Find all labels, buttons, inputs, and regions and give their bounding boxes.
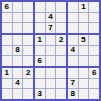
cell-r6c5[interactable]	[46, 56, 56, 66]
sudoku-board: 64718126541243678	[0, 0, 101, 101]
cell-r8c4[interactable]	[35, 79, 45, 89]
cell-r3c8[interactable]	[79, 23, 89, 33]
cell-r6c3[interactable]	[23, 56, 33, 66]
cell-r3c2[interactable]	[13, 23, 23, 33]
cell-r5c1[interactable]	[2, 46, 12, 56]
cell-r9c5[interactable]	[46, 89, 56, 99]
cell-r1c9[interactable]	[89, 2, 99, 12]
box-r1c3: 1	[68, 2, 99, 33]
cell-r2c1[interactable]	[2, 13, 12, 23]
cell-r3c3[interactable]	[23, 23, 33, 33]
box-r1c1: 6	[2, 2, 33, 33]
cell-r1c4[interactable]	[35, 2, 45, 12]
cell-r5c9[interactable]	[89, 46, 99, 56]
cell-r9c4[interactable]: 3	[35, 89, 45, 99]
cell-r7c6[interactable]	[56, 68, 66, 78]
cell-r1c7[interactable]	[68, 2, 78, 12]
cell-r3c6[interactable]	[56, 23, 66, 33]
cell-r3c5[interactable]: 7	[46, 23, 56, 33]
cell-r9c7[interactable]: 8	[68, 89, 78, 99]
cell-r9c6[interactable]	[56, 89, 66, 99]
box-r3c1: 124	[2, 68, 33, 99]
cell-r9c1[interactable]	[2, 89, 12, 99]
cell-r8c9[interactable]	[89, 79, 99, 89]
box-r3c2: 3	[35, 68, 66, 99]
cell-r7c1[interactable]: 1	[2, 68, 12, 78]
cell-r2c8[interactable]	[79, 13, 89, 23]
cell-r6c8[interactable]	[79, 56, 89, 66]
cell-r2c4[interactable]	[35, 13, 45, 23]
cell-r5c7[interactable]: 4	[68, 46, 78, 56]
cell-r5c2[interactable]: 8	[13, 46, 23, 56]
cell-r3c7[interactable]	[68, 23, 78, 33]
cell-r4c9[interactable]	[89, 35, 99, 45]
cell-r1c8[interactable]: 1	[79, 2, 89, 12]
cell-r5c3[interactable]	[23, 46, 33, 56]
box-r1c2: 47	[35, 2, 66, 33]
cell-r6c6[interactable]	[56, 56, 66, 66]
cell-r2c6[interactable]	[56, 13, 66, 23]
cell-r9c3[interactable]	[23, 89, 33, 99]
cell-r4c6[interactable]: 2	[56, 35, 66, 45]
cell-r1c2[interactable]	[13, 2, 23, 12]
cell-r8c6[interactable]	[56, 79, 66, 89]
cell-r8c3[interactable]	[23, 79, 33, 89]
cell-r7c8[interactable]	[79, 68, 89, 78]
cell-r5c5[interactable]	[46, 46, 56, 56]
cell-r4c2[interactable]	[13, 35, 23, 45]
cell-r4c1[interactable]	[2, 35, 12, 45]
cell-r6c7[interactable]	[68, 56, 78, 66]
cell-r1c1[interactable]: 6	[2, 2, 12, 12]
cell-r2c5[interactable]: 4	[46, 13, 56, 23]
cell-r5c4[interactable]	[35, 46, 45, 56]
cell-r7c9[interactable]: 6	[89, 68, 99, 78]
cell-r8c8[interactable]	[79, 79, 89, 89]
cell-r5c8[interactable]	[79, 46, 89, 56]
cell-r1c5[interactable]	[46, 2, 56, 12]
box-r2c2: 126	[35, 35, 66, 66]
cell-r8c5[interactable]	[46, 79, 56, 89]
cell-r4c4[interactable]: 1	[35, 35, 45, 45]
cell-r6c4[interactable]: 6	[35, 56, 45, 66]
cell-r6c1[interactable]	[2, 56, 12, 66]
cell-r2c7[interactable]	[68, 13, 78, 23]
cell-r2c9[interactable]	[89, 13, 99, 23]
cell-r4c3[interactable]	[23, 35, 33, 45]
cell-r8c7[interactable]: 7	[68, 79, 78, 89]
cell-r4c8[interactable]: 5	[79, 35, 89, 45]
cell-r7c5[interactable]	[46, 68, 56, 78]
box-r2c1: 8	[2, 35, 33, 66]
cell-r6c9[interactable]	[89, 56, 99, 66]
cell-r1c6[interactable]	[56, 2, 66, 12]
box-r2c3: 54	[68, 35, 99, 66]
cell-r9c9[interactable]	[89, 89, 99, 99]
cell-r6c2[interactable]	[13, 56, 23, 66]
cell-r3c4[interactable]	[35, 23, 45, 33]
cell-r1c3[interactable]	[23, 2, 33, 12]
cell-r7c7[interactable]	[68, 68, 78, 78]
cell-r4c7[interactable]	[68, 35, 78, 45]
cell-r8c2[interactable]: 4	[13, 79, 23, 89]
cell-r2c3[interactable]	[23, 13, 33, 23]
cell-r3c9[interactable]	[89, 23, 99, 33]
cell-r7c3[interactable]: 2	[23, 68, 33, 78]
cell-r2c2[interactable]	[13, 13, 23, 23]
box-r3c3: 678	[68, 68, 99, 99]
cell-r7c4[interactable]	[35, 68, 45, 78]
cell-r5c6[interactable]	[56, 46, 66, 56]
cell-r7c2[interactable]	[13, 68, 23, 78]
cell-r9c2[interactable]	[13, 89, 23, 99]
cell-r4c5[interactable]	[46, 35, 56, 45]
cell-r9c8[interactable]	[79, 89, 89, 99]
cell-r3c1[interactable]	[2, 23, 12, 33]
cell-r8c1[interactable]	[2, 79, 12, 89]
